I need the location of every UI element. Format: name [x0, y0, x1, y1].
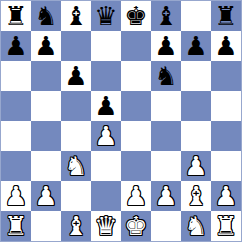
square-d8[interactable]: ♛ [91, 1, 121, 31]
square-h5[interactable] [211, 91, 241, 121]
square-b6[interactable] [31, 61, 61, 91]
square-h8[interactable]: ♜ [211, 1, 241, 31]
square-f8[interactable]: ♝ [151, 1, 181, 31]
piece-black-knight: ♞ [154, 61, 177, 91]
square-f1[interactable] [151, 211, 181, 241]
piece-white-king: ♚ [124, 211, 147, 241]
piece-black-pawn: ♟ [64, 61, 87, 91]
square-b1[interactable] [31, 211, 61, 241]
piece-white-pawn: ♟ [124, 181, 147, 211]
square-e8[interactable]: ♚ [121, 1, 151, 31]
piece-white-pawn: ♟ [94, 121, 117, 151]
square-h4[interactable] [211, 121, 241, 151]
square-d2[interactable] [91, 181, 121, 211]
piece-black-king: ♚ [124, 1, 147, 31]
square-g1[interactable]: ♞ [181, 211, 211, 241]
square-g2[interactable]: ♝ [181, 181, 211, 211]
square-c3[interactable]: ♞ [61, 151, 91, 181]
square-h2[interactable]: ♟ [211, 181, 241, 211]
piece-black-pawn: ♟ [94, 91, 117, 121]
square-g7[interactable]: ♟ [181, 31, 211, 61]
square-e1[interactable]: ♚ [121, 211, 151, 241]
square-g6[interactable] [181, 61, 211, 91]
square-e5[interactable] [121, 91, 151, 121]
square-a7[interactable]: ♟ [1, 31, 31, 61]
square-e2[interactable]: ♟ [121, 181, 151, 211]
piece-white-knight: ♞ [64, 151, 87, 181]
piece-black-pawn: ♟ [154, 31, 177, 61]
square-c7[interactable] [61, 31, 91, 61]
square-c1[interactable]: ♝ [61, 211, 91, 241]
piece-white-bishop: ♝ [64, 211, 87, 241]
square-f6[interactable]: ♞ [151, 61, 181, 91]
square-b7[interactable]: ♟ [31, 31, 61, 61]
piece-white-pawn: ♟ [4, 181, 27, 211]
square-d6[interactable] [91, 61, 121, 91]
square-f7[interactable]: ♟ [151, 31, 181, 61]
square-g4[interactable] [181, 121, 211, 151]
square-e4[interactable] [121, 121, 151, 151]
square-d4[interactable]: ♟ [91, 121, 121, 151]
square-f5[interactable] [151, 91, 181, 121]
square-f3[interactable] [151, 151, 181, 181]
square-b5[interactable] [31, 91, 61, 121]
square-d1[interactable]: ♛ [91, 211, 121, 241]
square-a8[interactable]: ♜ [1, 1, 31, 31]
square-c5[interactable] [61, 91, 91, 121]
square-c8[interactable]: ♝ [61, 1, 91, 31]
square-h6[interactable] [211, 61, 241, 91]
square-e6[interactable] [121, 61, 151, 91]
square-a6[interactable] [1, 61, 31, 91]
square-d7[interactable] [91, 31, 121, 61]
square-d5[interactable]: ♟ [91, 91, 121, 121]
square-a4[interactable] [1, 121, 31, 151]
square-h7[interactable]: ♟ [211, 31, 241, 61]
piece-black-bishop: ♝ [154, 1, 177, 31]
square-a2[interactable]: ♟ [1, 181, 31, 211]
square-b8[interactable]: ♞ [31, 1, 61, 31]
square-c6[interactable]: ♟ [61, 61, 91, 91]
piece-white-bishop: ♝ [184, 181, 207, 211]
square-f4[interactable] [151, 121, 181, 151]
piece-black-bishop: ♝ [64, 1, 87, 31]
piece-white-pawn: ♟ [34, 181, 57, 211]
square-f2[interactable]: ♟ [151, 181, 181, 211]
square-b2[interactable]: ♟ [31, 181, 61, 211]
piece-white-pawn: ♟ [184, 151, 207, 181]
square-b4[interactable] [31, 121, 61, 151]
square-a1[interactable]: ♜ [1, 211, 31, 241]
square-g5[interactable] [181, 91, 211, 121]
square-e7[interactable] [121, 31, 151, 61]
square-e3[interactable] [121, 151, 151, 181]
piece-black-queen: ♛ [94, 1, 117, 31]
square-d3[interactable] [91, 151, 121, 181]
square-h3[interactable] [211, 151, 241, 181]
piece-white-queen: ♛ [94, 211, 117, 241]
square-h1[interactable]: ♜ [211, 211, 241, 241]
piece-white-rook: ♜ [214, 211, 237, 241]
chess-board: ♜♞♝♛♚♝♜♟♟♟♟♟♟♞♟♟♞♟♟♟♟♟♝♟♜♝♛♚♞♜ [0, 0, 242, 242]
piece-white-pawn: ♟ [214, 181, 237, 211]
piece-black-rook: ♜ [214, 1, 237, 31]
square-a3[interactable] [1, 151, 31, 181]
square-b3[interactable] [31, 151, 61, 181]
square-c4[interactable] [61, 121, 91, 151]
square-g3[interactable]: ♟ [181, 151, 211, 181]
piece-black-pawn: ♟ [184, 31, 207, 61]
piece-white-knight: ♞ [184, 211, 207, 241]
piece-black-pawn: ♟ [34, 31, 57, 61]
piece-white-rook: ♜ [4, 211, 27, 241]
square-c2[interactable] [61, 181, 91, 211]
piece-black-pawn: ♟ [4, 31, 27, 61]
piece-black-knight: ♞ [34, 1, 57, 31]
square-g8[interactable] [181, 1, 211, 31]
piece-black-rook: ♜ [4, 1, 27, 31]
piece-white-pawn: ♟ [154, 181, 177, 211]
piece-black-pawn: ♟ [214, 31, 237, 61]
square-a5[interactable] [1, 91, 31, 121]
